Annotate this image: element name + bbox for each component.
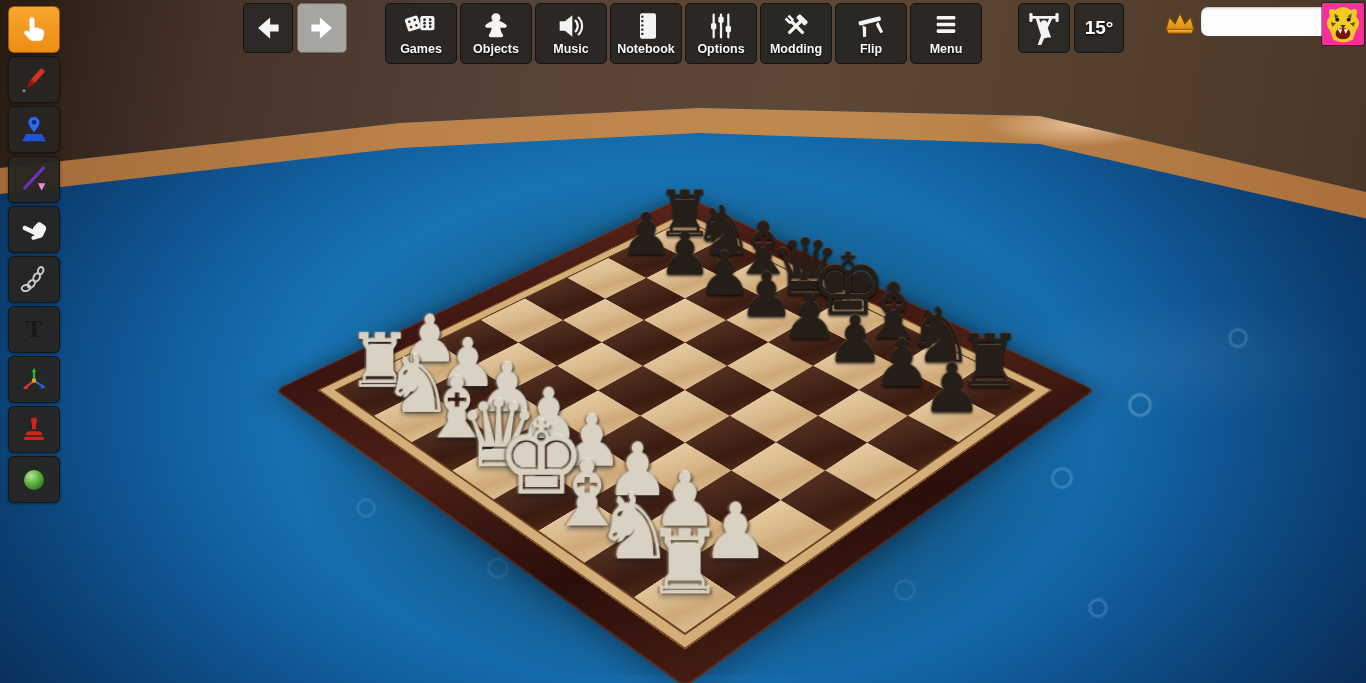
rotation-snap-button[interactable]: 15° bbox=[1074, 3, 1124, 53]
games-button-label: Games bbox=[400, 42, 442, 56]
piece-white-rook-h1[interactable]: ♜ bbox=[646, 518, 725, 606]
menu-button[interactable]: Menu bbox=[910, 3, 982, 64]
games-button[interactable]: Games bbox=[385, 3, 457, 64]
tool-gizmo-button[interactable] bbox=[8, 356, 60, 403]
table-flip-icon bbox=[855, 11, 887, 41]
tool-line-button[interactable] bbox=[8, 156, 60, 203]
tools-icon bbox=[780, 11, 812, 41]
weightlifter-icon bbox=[1026, 10, 1062, 46]
flip-button-label: Flip bbox=[860, 42, 882, 56]
options-button-label: Options bbox=[697, 42, 744, 56]
marker-icon bbox=[18, 64, 50, 96]
modding-button-label: Modding bbox=[770, 42, 822, 56]
menu-button-label: Menu bbox=[930, 42, 963, 56]
green-ball-icon bbox=[18, 464, 50, 496]
redo-button[interactable] bbox=[297, 3, 347, 53]
undo-button[interactable] bbox=[243, 3, 293, 53]
svg-text:T: T bbox=[26, 316, 43, 342]
player-avatar[interactable] bbox=[1321, 2, 1365, 46]
tool-flick-button[interactable] bbox=[8, 206, 60, 253]
meeple-icon bbox=[480, 11, 512, 41]
line-arrow-icon bbox=[18, 164, 50, 196]
tool-zone-button[interactable] bbox=[8, 106, 60, 153]
arrow-right-icon bbox=[305, 11, 339, 45]
grab-strength-button[interactable] bbox=[1018, 3, 1070, 53]
chat-input[interactable] bbox=[1201, 7, 1329, 36]
tool-sphere-button[interactable] bbox=[8, 456, 60, 503]
tool-grab-button[interactable] bbox=[8, 6, 60, 53]
flip-button[interactable]: Flip bbox=[835, 3, 907, 64]
tiger-avatar bbox=[1322, 3, 1364, 45]
tool-draw-button[interactable] bbox=[8, 56, 60, 103]
tabletop-simulator-screen: ♜♞♝♛♚♝♞♜♟♟♟♟♟♟♟♟♟♟♟♟♟♟♟♟♜♞♝♛♚♝♞♜ T bbox=[0, 0, 1366, 683]
flick-hand-icon bbox=[18, 214, 50, 246]
text-tool-icon: T bbox=[18, 314, 50, 346]
chain-icon bbox=[18, 264, 50, 296]
hand-cursor-icon bbox=[18, 14, 50, 46]
crown-icon bbox=[1163, 8, 1197, 38]
piece-black-pawn-h7[interactable]: ♟ bbox=[922, 355, 983, 423]
gizmo-axes-icon bbox=[18, 364, 50, 396]
music-button-label: Music bbox=[553, 42, 588, 56]
square-f6[interactable] bbox=[772, 366, 859, 416]
notebook-button[interactable]: Notebook bbox=[610, 3, 682, 64]
square-h1[interactable]: ♜ bbox=[633, 563, 736, 633]
speaker-icon bbox=[555, 11, 587, 41]
modding-button[interactable]: Modding bbox=[760, 3, 832, 64]
sliders-icon bbox=[705, 11, 737, 41]
notebook-icon bbox=[630, 11, 662, 41]
tool-joint-button[interactable] bbox=[8, 256, 60, 303]
arrow-left-icon bbox=[251, 11, 285, 45]
hamburger-icon bbox=[930, 11, 962, 41]
options-button[interactable]: Options bbox=[685, 3, 757, 64]
zone-pin-icon bbox=[18, 114, 50, 146]
objects-button-label: Objects bbox=[473, 42, 519, 56]
dice-icon bbox=[404, 11, 438, 41]
square-f5[interactable] bbox=[729, 390, 818, 442]
tool-decal-button[interactable] bbox=[8, 406, 60, 453]
stamp-icon bbox=[18, 414, 50, 446]
notebook-button-label: Notebook bbox=[617, 42, 675, 56]
music-button[interactable]: Music bbox=[535, 3, 607, 64]
rotation-snap-label: 15° bbox=[1085, 17, 1114, 39]
tool-text-button[interactable]: T bbox=[8, 306, 60, 353]
objects-button[interactable]: Objects bbox=[460, 3, 532, 64]
piece-billboard: ♜ bbox=[649, 560, 722, 633]
